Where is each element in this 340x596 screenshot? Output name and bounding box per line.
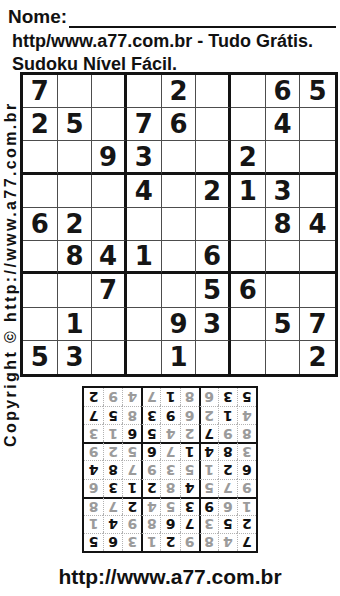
solution-cell-solved: 9 <box>103 388 122 406</box>
puzzle-cell-given: 8 <box>58 241 93 274</box>
solution-cell-solved: 5 <box>160 497 179 515</box>
puzzle-cell-given: 5 <box>266 308 301 341</box>
solution-cell-solved: 7 <box>103 497 122 515</box>
puzzle-cell-given: 4 <box>300 208 335 241</box>
puzzle-cell-empty[interactable] <box>127 308 162 341</box>
solution-cell-solved: 5 <box>180 460 199 478</box>
solution-cell-given: 1 <box>122 479 141 497</box>
solution-cell-solved: 7 <box>141 388 160 406</box>
puzzle-cell-empty[interactable] <box>266 341 301 374</box>
puzzle-cell-given: 5 <box>58 108 93 141</box>
solution-cell-solved: 8 <box>141 515 160 533</box>
solution-cell-solved: 8 <box>122 406 141 424</box>
solution-cell-given: 5 <box>218 515 237 533</box>
puzzle-cell-empty[interactable] <box>196 75 231 108</box>
puzzle-cell-empty[interactable] <box>231 341 266 374</box>
solution-cell-given: 5 <box>84 533 103 551</box>
site-tagline: http/www.a77.com.br - Tudo Grátis. <box>12 31 336 52</box>
puzzle-cell-given: 9 <box>162 308 197 341</box>
puzzle-cell-given: 2 <box>231 141 266 174</box>
puzzle-cell-given: 7 <box>127 108 162 141</box>
puzzle-cell-given: 4 <box>266 108 301 141</box>
solution-cell-solved: 2 <box>103 442 122 460</box>
solution-cell-given: 6 <box>103 533 122 551</box>
puzzle-cell-empty[interactable] <box>300 141 335 174</box>
puzzle-cell-given: 5 <box>300 75 335 108</box>
puzzle-cell-given: 5 <box>196 274 231 307</box>
puzzle-cell-empty[interactable] <box>92 108 127 141</box>
puzzle-cell-empty[interactable] <box>162 274 197 307</box>
puzzle-cell-given: 6 <box>162 108 197 141</box>
solution-cell-solved: 4 <box>160 424 179 442</box>
solution-cell-solved: 8 <box>199 533 218 551</box>
puzzle-cell-given: 3 <box>58 341 93 374</box>
solution-cell-solved: 3 <box>84 424 103 442</box>
puzzle-cell-empty[interactable] <box>23 274 58 307</box>
puzzle-cell-given: 9 <box>92 141 127 174</box>
solution-cell-given: 6 <box>237 460 256 478</box>
puzzle-cell-given: 7 <box>300 308 335 341</box>
puzzle-cell-empty[interactable] <box>58 141 93 174</box>
puzzle-cell-empty[interactable] <box>127 75 162 108</box>
solution-cell-solved: 9 <box>180 533 199 551</box>
puzzle-cell-given: 6 <box>231 274 266 307</box>
puzzle-cell-empty[interactable] <box>58 274 93 307</box>
puzzle-cell-empty[interactable] <box>300 274 335 307</box>
puzzle-cell-empty[interactable] <box>266 141 301 174</box>
puzzle-cell-given: 6 <box>196 241 231 274</box>
solution-cell-given: 7 <box>199 424 218 442</box>
solution-cell-solved: 7 <box>122 460 141 478</box>
solution-cell-solved: 4 <box>237 406 256 424</box>
puzzle-cell-empty[interactable] <box>266 274 301 307</box>
solution-cell-given: 2 <box>122 497 141 515</box>
solution-cell-solved: 4 <box>122 388 141 406</box>
solution-cell-solved: 5 <box>122 442 141 460</box>
solution-cell-given: 2 <box>218 460 237 478</box>
puzzle-cell-given: 7 <box>23 75 58 108</box>
solution-cell-solved: 1 <box>237 497 256 515</box>
solution-cell-solved: 9 <box>218 424 237 442</box>
solution-cell-solved: 1 <box>103 424 122 442</box>
puzzle-cell-given: 1 <box>231 175 266 208</box>
solution-cell-solved: 6 <box>84 479 103 497</box>
puzzle-cell-empty[interactable] <box>127 341 162 374</box>
puzzle-cell-given: 2 <box>58 208 93 241</box>
puzzle-cell-empty[interactable] <box>231 75 266 108</box>
puzzle-cell-given: 6 <box>266 75 301 108</box>
solution-cell-given: 3 <box>141 406 160 424</box>
solution-cell-given: 9 <box>160 406 179 424</box>
name-blank-line[interactable] <box>69 7 336 28</box>
solution-cell-solved: 3 <box>122 533 141 551</box>
puzzle-cell-empty[interactable] <box>300 108 335 141</box>
solution-cell-given: 2 <box>237 515 256 533</box>
puzzle-cell-given: 2 <box>196 175 231 208</box>
solution-cell-solved: 9 <box>84 442 103 460</box>
solution-cell-given: 1 <box>218 406 237 424</box>
solution-cell-given: 2 <box>84 388 103 406</box>
puzzle-cell-empty[interactable] <box>23 308 58 341</box>
puzzle-cell-empty[interactable] <box>231 241 266 274</box>
puzzle-cell-empty[interactable] <box>300 241 335 274</box>
puzzle-cell-empty[interactable] <box>196 208 231 241</box>
solution-cell-solved: 3 <box>160 460 179 478</box>
solution-cell-given: 6 <box>160 515 179 533</box>
puzzle-cell-empty[interactable] <box>266 241 301 274</box>
solution-cell-solved: 6 <box>218 497 237 515</box>
solution-cell-solved: 2 <box>199 406 218 424</box>
puzzle-cell-given: 3 <box>196 308 231 341</box>
puzzle-cell-empty[interactable] <box>58 175 93 208</box>
solution-cell-given: 7 <box>237 533 256 551</box>
sudoku-puzzle-grid: 726525764932421362848416756193575312 <box>20 72 338 377</box>
name-row: Nome: <box>8 6 336 28</box>
puzzle-cell-given: 1 <box>58 308 93 341</box>
puzzle-cell-empty[interactable] <box>92 75 127 108</box>
puzzle-cell-empty[interactable] <box>92 175 127 208</box>
puzzle-cell-empty[interactable] <box>162 175 197 208</box>
solution-cell-solved: 7 <box>160 442 179 460</box>
solution-cell-given: 6 <box>141 442 160 460</box>
solution-cell-solved: 9 <box>122 515 141 533</box>
solution-cell-given: 9 <box>199 497 218 515</box>
solution-cell-given: 7 <box>180 515 199 533</box>
solution-cell-given: 5 <box>103 406 122 424</box>
puzzle-cell-empty[interactable] <box>92 341 127 374</box>
solution-cell-given: 6 <box>122 424 141 442</box>
puzzle-cell-given: 5 <box>23 341 58 374</box>
solution-cell-given: 5 <box>141 424 160 442</box>
puzzle-cell-empty[interactable] <box>196 141 231 174</box>
solution-cell-solved: 4 <box>218 533 237 551</box>
solution-cell-given: 3 <box>218 388 237 406</box>
puzzle-cell-given: 2 <box>162 75 197 108</box>
puzzle-cell-given: 8 <box>266 208 301 241</box>
solution-cell-solved: 6 <box>199 388 218 406</box>
puzzle-cell-empty[interactable] <box>300 175 335 208</box>
solution-cell-given: 8 <box>218 442 237 460</box>
puzzle-cell-given: 6 <box>23 208 58 241</box>
puzzle-cell-empty[interactable] <box>92 208 127 241</box>
puzzle-cell-empty[interactable] <box>23 141 58 174</box>
solution-cell-given: 4 <box>199 442 218 460</box>
puzzle-cell-given: 7 <box>92 274 127 307</box>
solution-cell-given: 3 <box>103 479 122 497</box>
solution-cell-solved: 7 <box>218 479 237 497</box>
solution-cell-solved: 8 <box>237 424 256 442</box>
solution-cell-solved: 8 <box>160 479 179 497</box>
solution-cell-given: 1 <box>160 388 179 406</box>
puzzle-cell-empty[interactable] <box>23 241 58 274</box>
solution-cell-given: 1 <box>180 442 199 460</box>
solution-cell-solved: 8 <box>180 388 199 406</box>
puzzle-cell-given: 1 <box>127 241 162 274</box>
solution-cell-given: 7 <box>84 406 103 424</box>
puzzle-cell-given: 3 <box>266 175 301 208</box>
solution-cell-given: 5 <box>237 388 256 406</box>
puzzle-cell-empty[interactable] <box>162 208 197 241</box>
solution-cell-given: 2 <box>160 533 179 551</box>
solution-cell-given: 2 <box>141 479 160 497</box>
solution-cell-solved: 9 <box>237 479 256 497</box>
solution-cell-given: 3 <box>180 497 199 515</box>
solution-cell-solved: 1 <box>141 533 160 551</box>
puzzle-cell-empty[interactable] <box>196 341 231 374</box>
solution-cell-given: 4 <box>103 515 122 533</box>
solution-cell-solved: 2 <box>180 424 199 442</box>
solution-cell-solved: 1 <box>199 460 218 478</box>
puzzle-cell-empty[interactable] <box>162 241 197 274</box>
puzzle-cell-empty[interactable] <box>162 141 197 174</box>
puzzle-cell-empty[interactable] <box>127 208 162 241</box>
puzzle-cell-empty[interactable] <box>231 308 266 341</box>
site-url: http://www.a77.com.br <box>0 565 340 589</box>
copyright-vertical-text: Copyright © http://www.a77.com.br <box>2 101 20 447</box>
solution-cell-given: 4 <box>180 479 199 497</box>
solution-cell-solved: 9 <box>141 460 160 478</box>
puzzle-cell-empty[interactable] <box>127 274 162 307</box>
puzzle-cell-empty[interactable] <box>58 75 93 108</box>
worksheet-header: Nome: http/www.a77.com.br - Tudo Grátis.… <box>8 6 336 75</box>
puzzle-cell-given: 2 <box>300 341 335 374</box>
solution-cell-solved: 1 <box>84 515 103 533</box>
puzzle-cell-empty[interactable] <box>231 208 266 241</box>
puzzle-cell-given: 4 <box>127 175 162 208</box>
solution-cell-solved: 3 <box>237 442 256 460</box>
puzzle-cell-empty[interactable] <box>231 108 266 141</box>
solution-cell-solved: 4 <box>141 497 160 515</box>
puzzle-cell-given: 3 <box>127 141 162 174</box>
solution-cell-given: 8 <box>103 460 122 478</box>
puzzle-cell-given: 1 <box>162 341 197 374</box>
puzzle-cell-empty[interactable] <box>196 108 231 141</box>
solution-cell-solved: 3 <box>199 515 218 533</box>
sudoku-solution-grid-rotated: 7489213652537689411693542789754821366215… <box>82 386 258 553</box>
solution-cell-solved: 6 <box>180 406 199 424</box>
puzzle-cell-empty[interactable] <box>23 175 58 208</box>
name-label: Nome: <box>8 6 67 28</box>
puzzle-cell-given: 4 <box>92 241 127 274</box>
solution-cell-solved: 8 <box>84 497 103 515</box>
solution-cell-given: 4 <box>84 460 103 478</box>
puzzle-cell-given: 2 <box>23 108 58 141</box>
puzzle-cell-empty[interactable] <box>92 308 127 341</box>
solution-cell-solved: 5 <box>199 479 218 497</box>
